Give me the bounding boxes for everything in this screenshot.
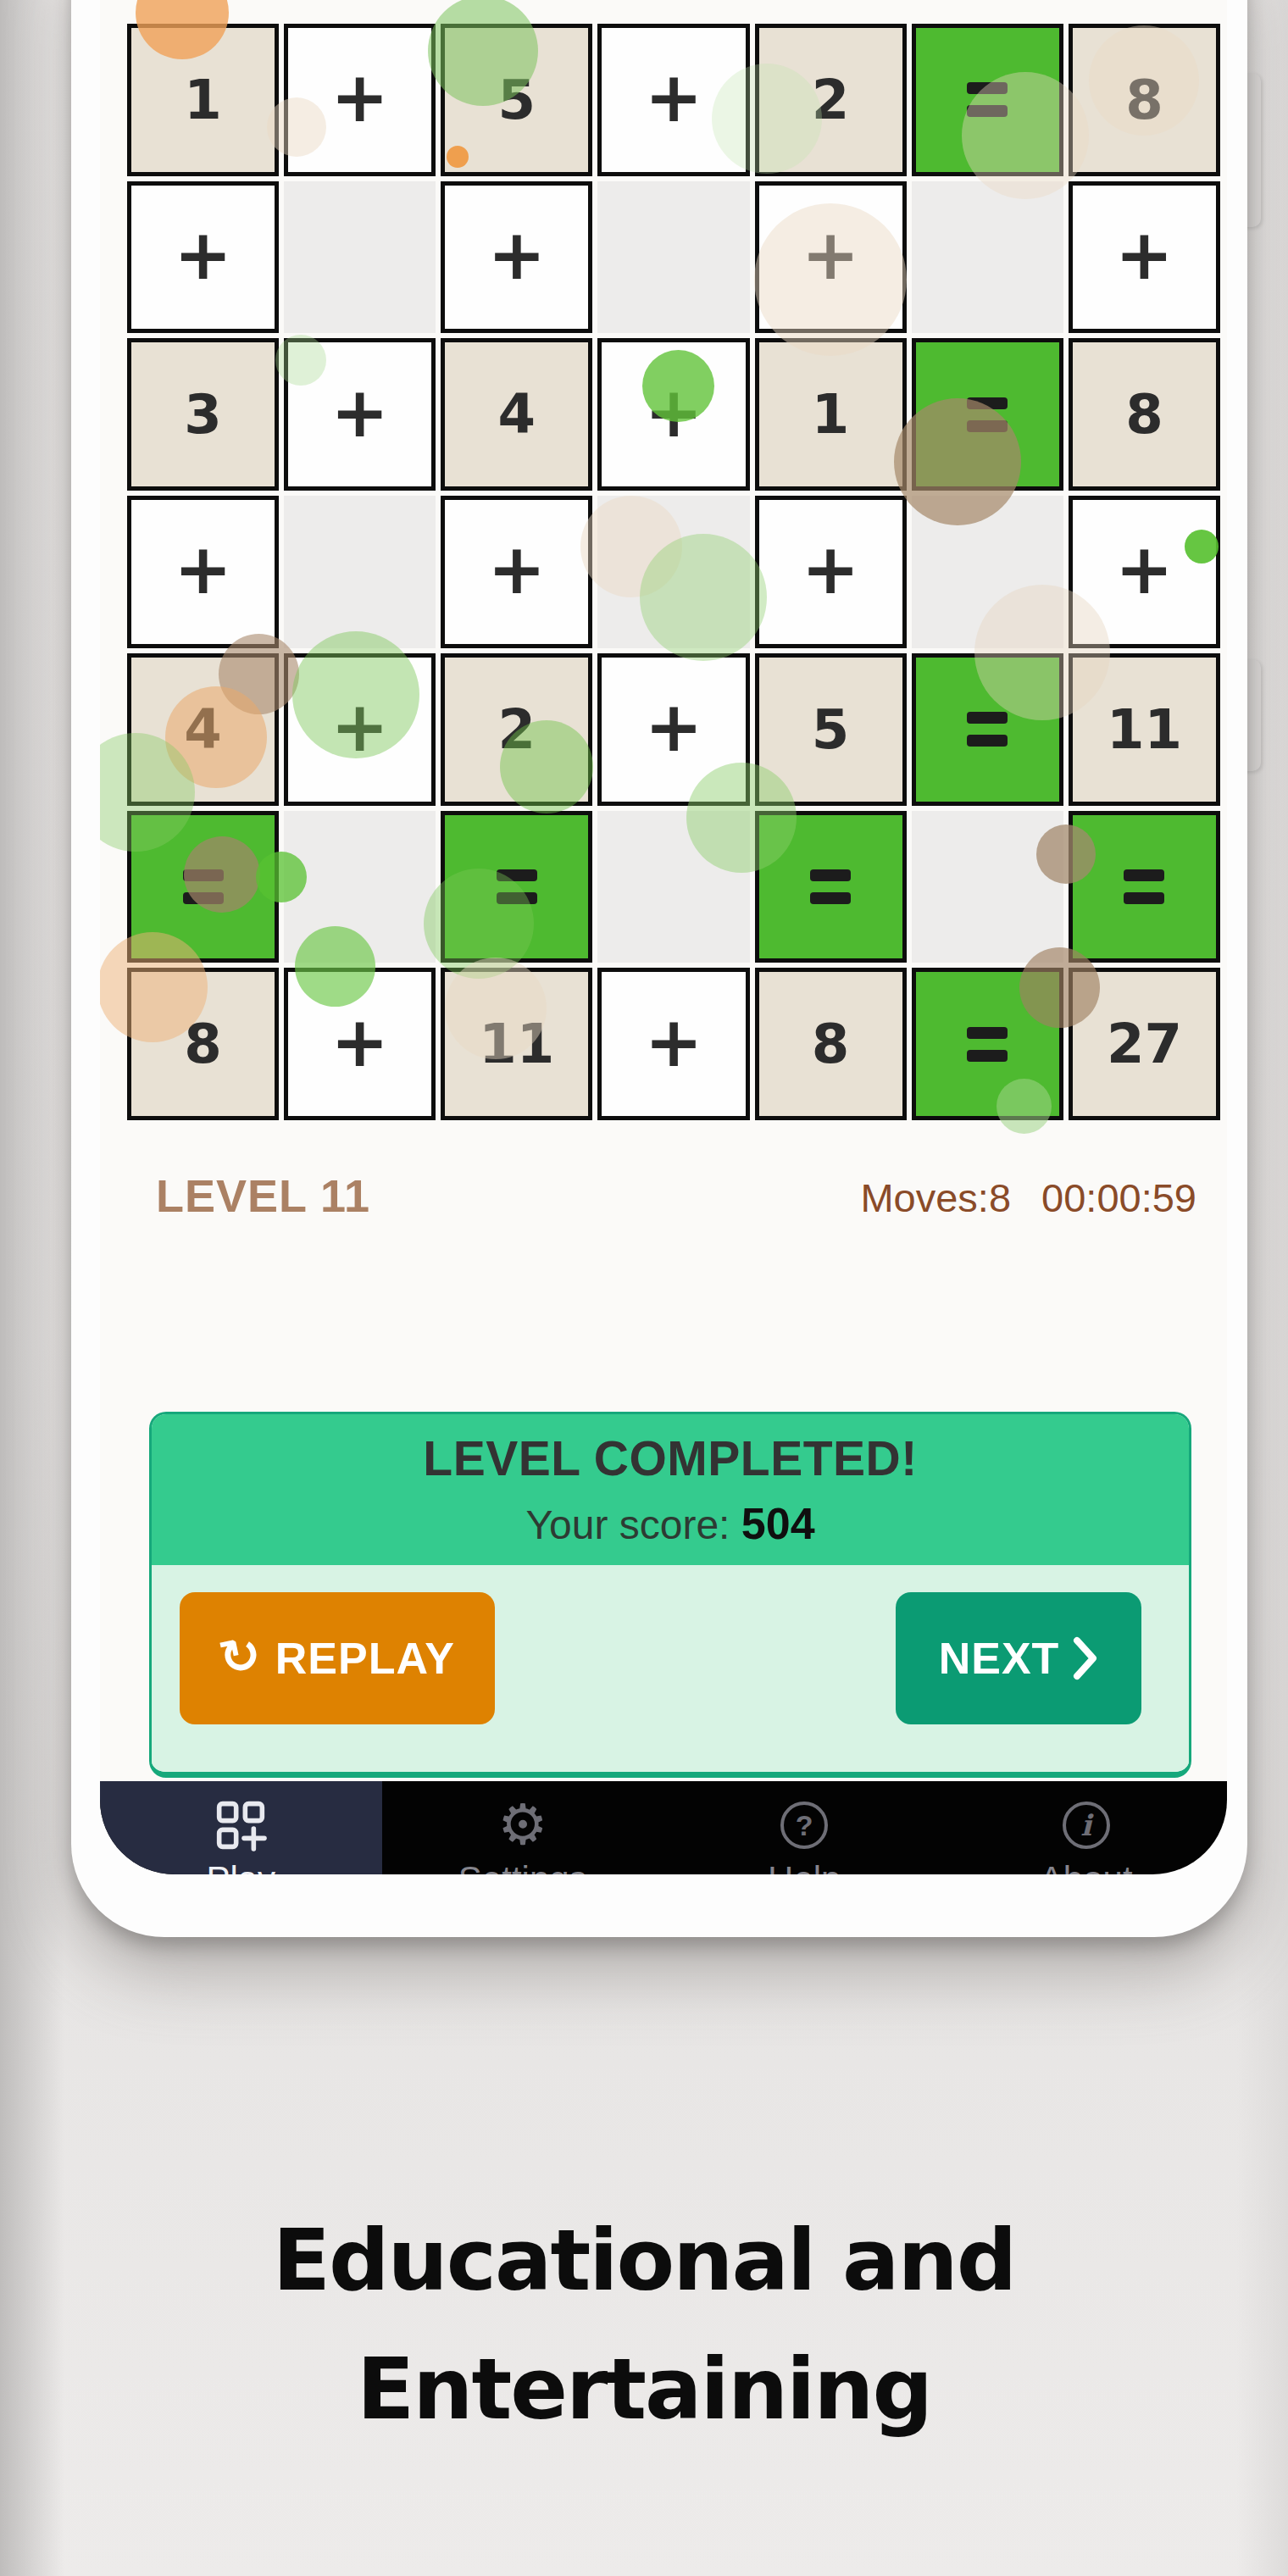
nav-tab-label: Play <box>206 1859 275 1874</box>
grid-cell-r1c7[interactable]: 8 <box>1069 24 1220 176</box>
nav-tab-play[interactable]: Play <box>100 1781 382 1874</box>
grid-cell-r5c2: + <box>284 653 436 806</box>
puzzle-grid: 1+5+28++++3+4+18++++4+2+5118+11+827 <box>127 24 1220 1120</box>
grid-cell-r3c7[interactable]: 8 <box>1069 338 1220 491</box>
score-line: Your score: 504 <box>525 1498 814 1549</box>
refresh-icon: ↻ <box>215 1627 267 1684</box>
grid-cell-r4c3: + <box>441 496 592 648</box>
grid-cell-r3c1[interactable]: 3 <box>127 338 279 491</box>
grid-cell-r1c1[interactable]: 1 <box>127 24 279 176</box>
grid-cell-r6c6 <box>912 811 1063 963</box>
grid-cell-r5c5[interactable]: 5 <box>755 653 907 806</box>
bottom-nav: Play⚙Settings?HelpiAbout <box>100 1781 1227 1874</box>
grid-cell-r4c4 <box>597 496 749 648</box>
next-label: NEXT <box>939 1633 1060 1684</box>
grid-cell-r1c5[interactable]: 2 <box>755 24 907 176</box>
grid-cell-r2c7: + <box>1069 181 1220 334</box>
grid-cell-r3c3[interactable]: 4 <box>441 338 592 491</box>
grid-cell-r4c1: + <box>127 496 279 648</box>
replay-button[interactable]: ↻ REPLAY <box>180 1592 495 1724</box>
grid-cell-r4c7: + <box>1069 496 1220 648</box>
grid-cell-r6c2 <box>284 811 436 963</box>
grid-cell-r4c2 <box>284 496 436 648</box>
grid-cell-r1c2: + <box>284 24 436 176</box>
panel-body: ↻ REPLAY NEXT <box>152 1565 1189 1774</box>
score-value: 504 <box>741 1499 815 1548</box>
nav-tab-label: About <box>1040 1859 1133 1874</box>
phone-screen: 1+5+28++++3+4+18++++4+2+5118+11+827 LEVE… <box>100 0 1227 1874</box>
moves-counter: Moves:8 <box>860 1174 1011 1221</box>
panel-title: LEVEL COMPLETED! <box>423 1430 917 1486</box>
hud-bar: LEVEL 11 Moves:8 00:00:59 <box>156 1169 1196 1222</box>
chevron-right-icon <box>1073 1636 1098 1680</box>
nav-tab-label: Help <box>768 1859 841 1874</box>
level-completed-panel: LEVEL COMPLETED! Your score: 504 ↻ REPLA… <box>149 1412 1191 1778</box>
grid-cell-r2c5: + <box>755 181 907 334</box>
grid-cell-r7c2: + <box>284 968 436 1120</box>
app-store-screenshot: 1+5+28++++3+4+18++++4+2+5118+11+827 LEVE… <box>0 0 1288 2576</box>
grid-cell-r5c1[interactable]: 4 <box>127 653 279 806</box>
grid-cell-r5c6 <box>912 653 1063 806</box>
info-circle-icon: i <box>1063 1795 1110 1856</box>
replay-label: REPLAY <box>275 1633 455 1684</box>
nav-tab-help[interactable]: ?Help <box>663 1781 946 1874</box>
grid-cell-r6c1 <box>127 811 279 963</box>
grid-cell-r7c1[interactable]: 8 <box>127 968 279 1120</box>
grid-cell-r1c3[interactable]: 5 <box>441 24 592 176</box>
grid-cell-r1c6 <box>912 24 1063 176</box>
caption-line2: Entertaining <box>0 2325 1288 2454</box>
grid-cell-r1c4: + <box>597 24 749 176</box>
timer: 00:00:59 <box>1041 1174 1196 1221</box>
nav-tab-settings[interactable]: ⚙Settings <box>382 1781 664 1874</box>
grid-cell-r2c1: + <box>127 181 279 334</box>
grid-cell-r2c4 <box>597 181 749 334</box>
grid-cell-r6c7 <box>1069 811 1220 963</box>
score-label: Your score: <box>525 1502 741 1547</box>
grid-cell-r3c6 <box>912 338 1063 491</box>
grid-cell-r7c6 <box>912 968 1063 1120</box>
grid-cell-r5c4: + <box>597 653 749 806</box>
next-button[interactable]: NEXT <box>896 1592 1141 1724</box>
grid-cell-r5c3[interactable]: 2 <box>441 653 592 806</box>
grid-cell-r3c4: + <box>597 338 749 491</box>
grid-cell-r3c5[interactable]: 1 <box>755 338 907 491</box>
nav-tab-about[interactable]: iAbout <box>946 1781 1228 1874</box>
grid-cell-r6c4 <box>597 811 749 963</box>
grid-cell-r5c7[interactable]: 11 <box>1069 653 1220 806</box>
panel-header: LEVEL COMPLETED! Your score: 504 <box>152 1414 1189 1565</box>
grid-cell-r4c6 <box>912 496 1063 648</box>
hud-stats: Moves:8 00:00:59 <box>860 1174 1196 1221</box>
grid-cell-r7c4: + <box>597 968 749 1120</box>
grid-cell-r2c3: + <box>441 181 592 334</box>
grid-cell-r2c6 <box>912 181 1063 334</box>
grid-cell-r6c5 <box>755 811 907 963</box>
question-circle-icon: ? <box>780 1795 828 1856</box>
grid-cell-r4c5: + <box>755 496 907 648</box>
grid-plus-icon <box>214 1795 268 1856</box>
caption-line1: Educational and <box>0 2196 1288 2325</box>
level-label: LEVEL 11 <box>156 1169 370 1222</box>
gear-icon: ⚙ <box>497 1795 547 1856</box>
nav-tab-label: Settings <box>458 1859 587 1874</box>
grid-cell-r6c3 <box>441 811 592 963</box>
grid-cell-r2c2 <box>284 181 436 334</box>
caption: Educational and Entertaining <box>0 2196 1288 2454</box>
grid-cell-r7c7[interactable]: 27 <box>1069 968 1220 1120</box>
grid-cell-r3c2: + <box>284 338 436 491</box>
grid-cell-r7c3[interactable]: 11 <box>441 968 592 1120</box>
grid-cell-r7c5[interactable]: 8 <box>755 968 907 1120</box>
